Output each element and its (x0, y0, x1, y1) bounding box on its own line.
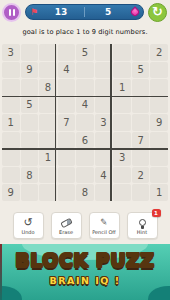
banner-corner-right (148, 286, 170, 300)
refresh-icon: ↻ (152, 4, 163, 19)
eraser-icon (60, 217, 73, 227)
sudoku-cell-r6c1[interactable] (2, 132, 20, 149)
undo-label: Undo (21, 230, 34, 235)
goal-text: goal is to place 1 to 9 digit numbers. (0, 28, 170, 36)
ad-title: BLOCK PUZZ (0, 249, 170, 271)
sudoku-cell-r1c9[interactable]: 2 (150, 44, 168, 61)
sudoku-cell-r9c1[interactable]: 9 (2, 184, 20, 201)
sudoku-cell-r5c1[interactable]: 1 (2, 114, 20, 131)
sudoku-cell-r9c2[interactable] (21, 184, 39, 201)
erase-button[interactable]: Erase (51, 212, 82, 239)
sudoku-cell-r2c7[interactable] (113, 62, 131, 79)
box-line-vertical-1 (55, 44, 57, 201)
sudoku-cell-r8c7[interactable] (113, 167, 131, 184)
sudoku-cell-r4c7[interactable] (113, 97, 131, 114)
sudoku-cell-r4c1[interactable] (2, 97, 20, 114)
sudoku-cell-r8c8[interactable]: 2 (132, 167, 150, 184)
hint-button[interactable]: 1 Hint (127, 212, 158, 239)
pencil-off-button[interactable]: ✎ Pencil Off (89, 212, 120, 239)
sudoku-cell-r6c7[interactable] (113, 132, 131, 149)
erase-label: Erase (59, 230, 73, 235)
sudoku-cell-r3c5[interactable] (76, 79, 94, 96)
box-line-horizontal-2 (2, 148, 168, 150)
sudoku-cell-r5c9[interactable]: 9 (150, 114, 168, 131)
sudoku-cell-r3c2[interactable] (21, 79, 39, 96)
flag-count: 13 (38, 8, 84, 17)
sudoku-cell-r6c5[interactable]: 6 (76, 132, 94, 149)
flag-icon: ⚑ (30, 7, 38, 16)
sudoku-cell-r7c9[interactable] (150, 149, 168, 166)
sudoku-cell-r1c1[interactable]: 3 (2, 44, 20, 61)
sudoku-cell-r8c5[interactable] (76, 167, 94, 184)
sudoku-cell-r6c2[interactable] (21, 132, 39, 149)
toolbar: ↺ Undo Erase ✎ Pencil Off 1 Hint (0, 212, 170, 239)
sudoku-cell-r1c7[interactable] (113, 44, 131, 61)
sudoku-cell-r9c7[interactable] (113, 184, 131, 201)
sudoku-cell-r8c2[interactable]: 8 (21, 167, 39, 184)
sudoku-cell-r9c4[interactable] (58, 184, 76, 201)
sudoku-cell-r5c8[interactable] (132, 114, 150, 131)
lightbulb-icon (139, 219, 146, 226)
sudoku-cell-r7c7[interactable]: 3 (113, 149, 131, 166)
sudoku-cell-r5c7[interactable] (113, 114, 131, 131)
sudoku-cell-r4c4[interactable] (58, 97, 76, 114)
top-bar: ⚑ 13 5 ↻ (2, 2, 167, 22)
sudoku-cell-r4c8[interactable] (132, 97, 150, 114)
sudoku-cell-r3c1[interactable] (2, 79, 20, 96)
sudoku-cell-r6c9[interactable] (150, 132, 168, 149)
sudoku-cell-r9c5[interactable]: 8 (76, 184, 94, 201)
sudoku-cell-r7c2[interactable] (21, 149, 39, 166)
pause-icon (9, 9, 11, 16)
sudoku-cell-r6c8[interactable]: 7 (132, 132, 150, 149)
sudoku-cell-r9c9[interactable]: 1 (150, 184, 168, 201)
sudoku-cell-r4c5[interactable]: 4 (76, 97, 94, 114)
sudoku-cell-r1c4[interactable] (58, 44, 76, 61)
sudoku-cell-r7c5[interactable] (76, 149, 94, 166)
pencil-icon: ✎ (100, 218, 108, 228)
sudoku-cell-r7c8[interactable] (132, 149, 150, 166)
sudoku-cell-r3c7[interactable]: 1 (113, 79, 131, 96)
sudoku-cell-r4c2[interactable]: 5 (21, 97, 39, 114)
sudoku-cell-r5c4[interactable]: 7 (58, 114, 76, 131)
box-line-vertical-2 (110, 44, 112, 201)
sudoku-cell-r7c1[interactable] (2, 149, 20, 166)
sudoku-cell-r6c4[interactable] (58, 132, 76, 149)
sudoku-cell-r1c5[interactable]: 5 (76, 44, 94, 61)
sudoku-cell-r5c2[interactable] (21, 114, 39, 131)
sudoku-cell-r8c9[interactable] (150, 167, 168, 184)
sudoku-cell-r1c2[interactable] (21, 44, 39, 61)
sudoku-cell-r8c4[interactable] (58, 167, 76, 184)
sudoku-cell-r7c4[interactable] (58, 149, 76, 166)
pause-button[interactable] (2, 3, 21, 22)
hint-label: Hint (137, 230, 147, 235)
sudoku-cell-r4c9[interactable] (150, 97, 168, 114)
sudoku-cell-r2c1[interactable] (2, 62, 20, 79)
restart-button[interactable]: ↻ (148, 3, 167, 22)
sudoku-cell-r3c4[interactable] (58, 79, 76, 96)
undo-button[interactable]: ↺ Undo (13, 212, 44, 239)
sudoku-cell-r9c8[interactable] (132, 184, 150, 201)
sudoku-cell-r5c5[interactable] (76, 114, 94, 131)
sudoku-cell-r2c4[interactable]: 4 (58, 62, 76, 79)
gem-icon (129, 6, 140, 17)
sudoku-cell-r2c2[interactable]: 9 (21, 62, 39, 79)
sudoku-cell-r2c5[interactable] (76, 62, 94, 79)
sudoku-cell-r2c9[interactable] (150, 62, 168, 79)
banner-corner-left (0, 286, 22, 300)
ad-subtitle: BRAIN IQ ! (0, 275, 170, 286)
sudoku-cell-r2c8[interactable]: 5 (132, 62, 150, 79)
sudoku-cell-r3c9[interactable] (150, 79, 168, 96)
box-line-horizontal-1 (2, 96, 168, 98)
gem-count: 5 (85, 8, 131, 17)
ad-banner[interactable]: BLOCK PUZZ BRAIN IQ ! (0, 244, 170, 300)
sudoku-board: 352945815417396713842981 (2, 44, 168, 201)
sudoku-cell-r1c8[interactable] (132, 44, 150, 61)
sudoku-cell-r8c1[interactable] (2, 167, 20, 184)
undo-icon: ↺ (23, 217, 32, 228)
hint-badge: 1 (152, 209, 161, 217)
pencil-off-label: Pencil Off (92, 230, 116, 235)
counter-pill: ⚑ 13 5 (25, 4, 144, 20)
sudoku-cell-r3c8[interactable] (132, 79, 150, 96)
